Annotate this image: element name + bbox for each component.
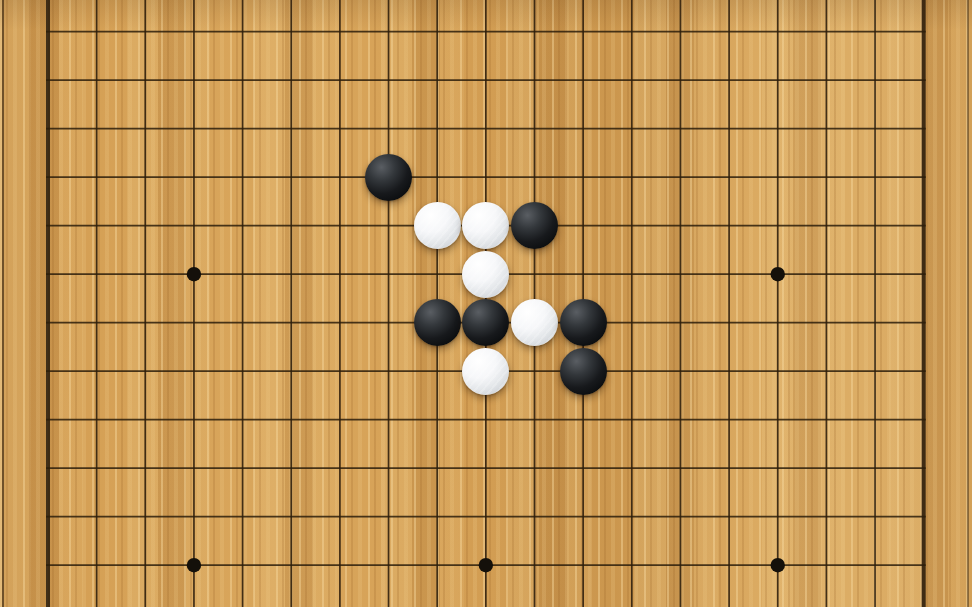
stone-black-L11 (511, 202, 558, 249)
stone-black-H12 (365, 154, 412, 201)
stone-black-M8 (560, 348, 607, 395)
go-board[interactable] (0, 0, 972, 607)
stone-black-K9 (462, 299, 509, 346)
stone-white-K10 (462, 251, 509, 298)
stone-white-L9 (511, 299, 558, 346)
stone-white-K11 (462, 202, 509, 249)
stone-black-J9 (414, 299, 461, 346)
stone-black-M9 (560, 299, 607, 346)
stone-white-K8 (462, 348, 509, 395)
stone-white-J11 (414, 202, 461, 249)
stones-layer (24, 0, 948, 607)
